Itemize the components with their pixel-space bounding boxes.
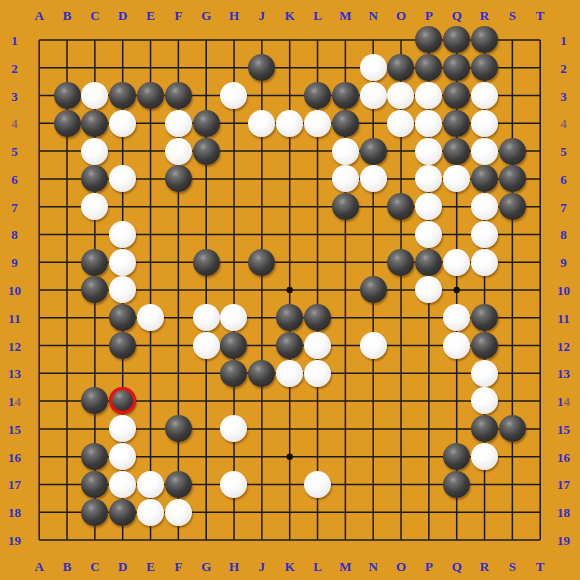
stone-black xyxy=(471,304,498,331)
board-intersection xyxy=(415,82,443,110)
board-intersection xyxy=(443,137,471,165)
board-intersection xyxy=(109,248,137,276)
coordinate-label: 19 xyxy=(8,534,21,547)
board-intersection xyxy=(81,387,109,415)
board-intersection xyxy=(443,470,471,498)
stone-white xyxy=(415,138,442,165)
coordinate-label: O xyxy=(396,559,406,572)
coordinate-label: A xyxy=(34,559,43,572)
stone-black xyxy=(471,165,498,192)
stone-white xyxy=(360,332,387,359)
stone-black xyxy=(332,82,359,109)
coordinate-label: 15 xyxy=(557,422,570,435)
stone-white xyxy=(193,304,220,331)
stone-white xyxy=(304,360,331,387)
board-intersection xyxy=(498,165,526,193)
board-intersection xyxy=(109,415,137,443)
board-intersection xyxy=(443,165,471,193)
board-intersection xyxy=(220,82,248,110)
coordinate-label: L xyxy=(313,8,322,21)
board-intersection xyxy=(471,54,499,82)
stone-white xyxy=(304,332,331,359)
coordinate-label: 4 xyxy=(560,117,567,130)
board-intersection xyxy=(443,304,471,332)
coordinate-label: O xyxy=(396,8,406,21)
stone-black xyxy=(471,415,498,442)
stone-white xyxy=(276,110,303,137)
stone-black xyxy=(81,443,108,470)
coordinate-label: J xyxy=(259,559,266,572)
stone-black xyxy=(443,138,470,165)
board-intersection xyxy=(164,470,192,498)
stone-black xyxy=(220,360,247,387)
board-intersection xyxy=(192,304,220,332)
board-intersection xyxy=(109,165,137,193)
coordinate-label: N xyxy=(368,559,377,572)
board-intersection xyxy=(164,165,192,193)
coordinate-label: F xyxy=(174,8,182,21)
board-intersection xyxy=(304,470,332,498)
board-intersection xyxy=(81,109,109,137)
board-intersection xyxy=(53,109,81,137)
stone-black xyxy=(360,276,387,303)
stone-black xyxy=(109,332,136,359)
board-intersection xyxy=(304,304,332,332)
stone-black xyxy=(165,415,192,442)
board-intersection xyxy=(109,387,137,415)
board-intersection xyxy=(192,109,220,137)
stone-black xyxy=(332,193,359,220)
stone-black xyxy=(499,193,526,220)
board-intersection xyxy=(248,248,276,276)
coordinate-label: 5 xyxy=(11,145,18,158)
board-intersection xyxy=(471,26,499,54)
coordinate-label: M xyxy=(339,8,351,21)
stone-white xyxy=(415,276,442,303)
board-intersection xyxy=(471,332,499,360)
stone-black xyxy=(471,26,498,53)
board-intersection xyxy=(443,26,471,54)
board-intersection xyxy=(248,109,276,137)
coordinate-label: P xyxy=(425,8,433,21)
stone-black xyxy=(415,54,442,81)
coordinate-label: M xyxy=(339,559,351,572)
coordinate-label: S xyxy=(509,559,516,572)
coordinate-label: 14 xyxy=(557,395,570,408)
go-board[interactable] xyxy=(25,26,554,554)
stone-white xyxy=(387,82,414,109)
board-intersection xyxy=(81,498,109,526)
board-intersection xyxy=(109,82,137,110)
stone-white xyxy=(443,249,470,276)
board-intersection xyxy=(443,109,471,137)
coordinate-label: Q xyxy=(452,559,462,572)
stone-black xyxy=(220,332,247,359)
board-intersection xyxy=(443,54,471,82)
board-intersection xyxy=(276,332,304,360)
stone-white xyxy=(165,110,192,137)
stone-white xyxy=(165,499,192,526)
stone-white xyxy=(471,249,498,276)
board-intersection xyxy=(164,415,192,443)
board-intersection xyxy=(192,137,220,165)
board-intersection xyxy=(415,276,443,304)
coordinate-label: 12 xyxy=(8,339,21,352)
coordinate-label: 17 xyxy=(8,478,21,491)
board-intersection xyxy=(304,332,332,360)
stone-white xyxy=(304,110,331,137)
board-intersection xyxy=(331,193,359,221)
board-intersection xyxy=(359,332,387,360)
stone-white xyxy=(137,304,164,331)
board-intersection xyxy=(109,276,137,304)
stone-black xyxy=(499,415,526,442)
coordinate-label: 14 xyxy=(8,395,21,408)
board-intersection xyxy=(304,359,332,387)
coordinate-label: 13 xyxy=(557,367,570,380)
stone-white xyxy=(248,110,275,137)
coordinate-label: L xyxy=(313,559,322,572)
stone-white xyxy=(415,193,442,220)
stone-black xyxy=(54,82,81,109)
board-intersection xyxy=(331,82,359,110)
stone-white xyxy=(332,165,359,192)
stone-black xyxy=(415,249,442,276)
board-intersection xyxy=(164,109,192,137)
stone-white xyxy=(443,304,470,331)
coordinate-label: Q xyxy=(452,8,462,21)
board-intersection xyxy=(415,193,443,221)
stone-black xyxy=(415,26,442,53)
stone-white xyxy=(81,82,108,109)
board-intersection xyxy=(192,332,220,360)
stone-black xyxy=(304,304,331,331)
board-intersection xyxy=(331,109,359,137)
stone-black xyxy=(471,54,498,81)
stone-white xyxy=(220,415,247,442)
stone-white xyxy=(471,387,498,414)
stone-white xyxy=(360,165,387,192)
stone-white xyxy=(109,276,136,303)
board-intersection xyxy=(192,248,220,276)
coordinate-label: 1 xyxy=(11,34,18,47)
stone-white xyxy=(109,110,136,137)
stone-black xyxy=(137,82,164,109)
stone-black xyxy=(360,138,387,165)
coordinate-label: 2 xyxy=(11,61,18,74)
board-intersection xyxy=(359,165,387,193)
board-intersection xyxy=(359,137,387,165)
coordinate-label: 17 xyxy=(557,478,570,491)
stone-black xyxy=(443,443,470,470)
coordinate-label: 6 xyxy=(11,172,18,185)
board-intersection xyxy=(471,359,499,387)
board-intersection xyxy=(471,165,499,193)
stone-black xyxy=(276,332,303,359)
board-intersection xyxy=(137,470,165,498)
board-intersection xyxy=(471,109,499,137)
board-intersection xyxy=(387,82,415,110)
stone-black xyxy=(81,387,108,414)
board-intersection xyxy=(304,82,332,110)
board-intersection xyxy=(415,248,443,276)
stone-black xyxy=(443,471,470,498)
board-intersection xyxy=(81,276,109,304)
coordinate-label: G xyxy=(201,8,211,21)
stone-black xyxy=(193,110,220,137)
coordinate-label: 16 xyxy=(8,450,21,463)
coordinate-label: N xyxy=(368,8,377,21)
board-intersection xyxy=(415,26,443,54)
stone-white xyxy=(332,138,359,165)
board-intersection xyxy=(415,109,443,137)
coordinate-label: 12 xyxy=(557,339,570,352)
stone-white xyxy=(415,165,442,192)
board-intersection xyxy=(164,498,192,526)
stone-white xyxy=(415,221,442,248)
stone-white xyxy=(415,110,442,137)
coordinate-label: F xyxy=(174,559,182,572)
stone-white xyxy=(220,82,247,109)
stone-black xyxy=(165,82,192,109)
stone-white xyxy=(137,471,164,498)
board-intersection xyxy=(471,193,499,221)
coordinate-label: 18 xyxy=(8,506,21,519)
stone-white xyxy=(443,165,470,192)
stone-white xyxy=(471,110,498,137)
go-board-app: ABCDEFGHJKLMNOPQRST ABCDEFGHJKLMNOPQRST … xyxy=(0,0,580,580)
last-move-marker xyxy=(109,387,136,414)
stone-white xyxy=(193,332,220,359)
board-intersection xyxy=(109,443,137,471)
coordinate-label: G xyxy=(201,559,211,572)
board-intersection xyxy=(359,82,387,110)
coordinate-label: E xyxy=(146,8,155,21)
coordinate-label: 15 xyxy=(8,422,21,435)
board-intersection xyxy=(248,359,276,387)
stone-black xyxy=(81,276,108,303)
stone-black xyxy=(193,249,220,276)
board-intersection xyxy=(109,332,137,360)
stone-black xyxy=(443,110,470,137)
board-intersection xyxy=(387,248,415,276)
stone-black xyxy=(81,110,108,137)
coordinate-label: C xyxy=(90,559,99,572)
coordinate-label: D xyxy=(118,8,127,21)
board-intersection xyxy=(359,276,387,304)
stone-black xyxy=(248,54,275,81)
board-intersection xyxy=(443,82,471,110)
stone-white xyxy=(360,54,387,81)
coordinate-label: K xyxy=(285,8,295,21)
stone-black xyxy=(499,165,526,192)
stone-white xyxy=(109,249,136,276)
coordinate-label: P xyxy=(425,559,433,572)
coordinate-label: A xyxy=(34,8,43,21)
stone-white xyxy=(220,471,247,498)
coordinate-label: K xyxy=(285,559,295,572)
board-intersection xyxy=(471,82,499,110)
stone-white xyxy=(137,499,164,526)
board-intersection xyxy=(164,82,192,110)
coordinate-label: C xyxy=(90,8,99,21)
stone-black xyxy=(165,471,192,498)
board-intersection xyxy=(471,443,499,471)
board-intersection xyxy=(276,359,304,387)
coordinate-label: T xyxy=(536,8,545,21)
board-intersection xyxy=(498,415,526,443)
coordinate-label: 4 xyxy=(11,117,18,130)
stone-black xyxy=(109,387,136,414)
stone-white xyxy=(471,193,498,220)
stone-white xyxy=(109,443,136,470)
board-intersection xyxy=(220,359,248,387)
coordinate-label: 3 xyxy=(11,89,18,102)
stone-white xyxy=(109,165,136,192)
stone-black xyxy=(193,138,220,165)
board-intersection xyxy=(137,498,165,526)
board-intersection xyxy=(81,165,109,193)
coordinate-label: 10 xyxy=(557,284,570,297)
stone-black xyxy=(443,54,470,81)
coordinate-label: 13 xyxy=(8,367,21,380)
board-intersection xyxy=(415,137,443,165)
board-intersection xyxy=(81,137,109,165)
board-intersection xyxy=(443,332,471,360)
stone-black xyxy=(499,138,526,165)
board-intersection xyxy=(443,443,471,471)
board-intersection xyxy=(81,248,109,276)
stone-black xyxy=(109,304,136,331)
board-intersection xyxy=(137,304,165,332)
stone-black xyxy=(54,110,81,137)
coordinate-label: B xyxy=(63,559,72,572)
board-intersection xyxy=(276,109,304,137)
board-intersection xyxy=(471,248,499,276)
board-intersection xyxy=(387,109,415,137)
coordinate-label: S xyxy=(509,8,516,21)
coordinate-label: 7 xyxy=(560,200,567,213)
stone-white xyxy=(109,221,136,248)
board-intersection xyxy=(471,304,499,332)
stone-black xyxy=(248,360,275,387)
coordinate-label: E xyxy=(146,559,155,572)
board-intersection xyxy=(109,470,137,498)
coordinate-label: R xyxy=(480,559,489,572)
coordinate-label: T xyxy=(536,559,545,572)
board-intersection xyxy=(109,109,137,137)
board-intersection xyxy=(471,387,499,415)
coordinate-label: 11 xyxy=(8,311,20,324)
stone-white xyxy=(165,138,192,165)
coordinate-label: 6 xyxy=(560,172,567,185)
stone-white xyxy=(471,138,498,165)
stone-white xyxy=(415,82,442,109)
stone-black xyxy=(387,249,414,276)
board-intersection xyxy=(109,304,137,332)
coordinate-label: 9 xyxy=(560,256,567,269)
board-intersection xyxy=(415,165,443,193)
stone-black xyxy=(81,471,108,498)
board-intersection xyxy=(443,248,471,276)
board-intersection xyxy=(248,54,276,82)
stone-white xyxy=(81,138,108,165)
board-intersection xyxy=(81,443,109,471)
stone-black xyxy=(471,332,498,359)
board-intersection xyxy=(304,109,332,137)
coordinate-label: B xyxy=(63,8,72,21)
board-intersection xyxy=(220,304,248,332)
board-intersection xyxy=(498,137,526,165)
stone-black xyxy=(304,82,331,109)
coordinate-label: 1 xyxy=(560,34,567,47)
coordinate-label: 8 xyxy=(560,228,567,241)
board-intersection xyxy=(137,82,165,110)
stone-white xyxy=(471,443,498,470)
coordinate-label: 18 xyxy=(557,506,570,519)
board-intersection xyxy=(164,137,192,165)
board-intersection xyxy=(471,137,499,165)
stone-black xyxy=(81,249,108,276)
board-intersection xyxy=(387,193,415,221)
stone-black xyxy=(81,165,108,192)
board-intersection xyxy=(53,82,81,110)
coordinate-label: 9 xyxy=(11,256,18,269)
stone-black xyxy=(248,249,275,276)
stone-white xyxy=(304,471,331,498)
coordinate-label: 11 xyxy=(557,311,569,324)
stone-white xyxy=(81,193,108,220)
board-intersection xyxy=(359,54,387,82)
stone-white xyxy=(360,82,387,109)
stone-black xyxy=(109,499,136,526)
stone-white xyxy=(276,360,303,387)
board-intersection xyxy=(471,415,499,443)
stone-white xyxy=(109,471,136,498)
coordinate-label: J xyxy=(259,8,266,21)
stone-white xyxy=(109,415,136,442)
board-intersection xyxy=(387,54,415,82)
board-intersection xyxy=(81,82,109,110)
board-intersection xyxy=(81,193,109,221)
coordinate-label: 7 xyxy=(11,200,18,213)
stone-white xyxy=(471,82,498,109)
board-intersection xyxy=(220,332,248,360)
board-intersection xyxy=(81,470,109,498)
board-intersection xyxy=(109,220,137,248)
stone-white xyxy=(471,360,498,387)
stone-black xyxy=(443,26,470,53)
coordinate-label: H xyxy=(229,8,239,21)
stone-black xyxy=(332,110,359,137)
coordinate-label: 8 xyxy=(11,228,18,241)
stone-white xyxy=(471,221,498,248)
stone-black xyxy=(387,54,414,81)
stone-white xyxy=(387,110,414,137)
board-intersection xyxy=(331,137,359,165)
stone-white xyxy=(443,332,470,359)
stone-black xyxy=(81,499,108,526)
coordinate-label: 2 xyxy=(560,61,567,74)
board-intersection xyxy=(220,470,248,498)
coordinate-label: D xyxy=(118,559,127,572)
board-intersection xyxy=(109,498,137,526)
coordinate-label: 19 xyxy=(557,534,570,547)
stone-black xyxy=(443,82,470,109)
stone-black xyxy=(387,193,414,220)
coordinate-label: R xyxy=(480,8,489,21)
board-intersection xyxy=(471,220,499,248)
